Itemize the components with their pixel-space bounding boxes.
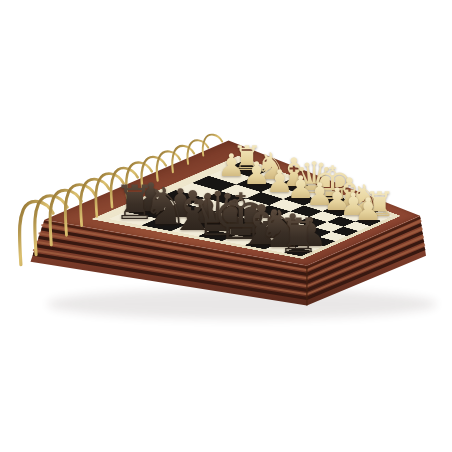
brass-hook-icon <box>142 157 166 189</box>
brass-hook-icon <box>126 163 151 199</box>
brass-hook-icon <box>96 174 124 217</box>
brass-hook-icon <box>111 168 138 207</box>
brass-hook-icon <box>187 140 208 164</box>
brass-hook-icon <box>157 151 180 180</box>
brass-hook-icon <box>172 146 194 172</box>
chess-set-photo: ♜♞♝♛♚♝♞♜♟♟♟♟♟♟♟♟♟♟♟♟♟♟♟♟♜♞♝♛♚♝♞♜ <box>0 0 452 452</box>
hook-row <box>20 135 223 265</box>
brass-binding-hooks <box>0 0 452 452</box>
